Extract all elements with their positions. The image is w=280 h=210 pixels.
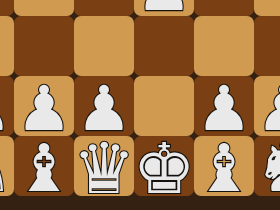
square-d2[interactable]: ♟ — [74, 76, 134, 136]
square-f4[interactable] — [194, 0, 254, 16]
piece-white-king-e1[interactable]: ♚ — [134, 139, 194, 199]
piece-white-knight-b1[interactable]: ♞ — [0, 139, 14, 199]
square-c2[interactable]: ♟ — [14, 76, 74, 136]
square-b2[interactable]: ♟ — [0, 76, 14, 136]
piece-white-bishop-f1[interactable]: ♝ — [194, 139, 254, 199]
square-b4[interactable] — [0, 0, 14, 16]
square-c4[interactable] — [14, 0, 74, 16]
square-f1[interactable]: ♝ — [194, 136, 254, 196]
piece-white-knight-g1[interactable]: ♞ — [254, 139, 280, 199]
square-g4[interactable] — [254, 0, 280, 16]
square-e2[interactable] — [134, 76, 194, 136]
square-g3[interactable] — [254, 16, 280, 76]
square-d3[interactable] — [74, 16, 134, 76]
piece-white-queen-d1[interactable]: ♛ — [74, 139, 134, 199]
square-e3[interactable] — [134, 16, 194, 76]
square-c1[interactable]: ♝ — [14, 136, 74, 196]
square-b3[interactable] — [0, 16, 14, 76]
square-e4[interactable]: ♟ — [134, 0, 194, 16]
square-d4[interactable] — [74, 0, 134, 16]
piece-white-bishop-c1[interactable]: ♝ — [14, 139, 74, 199]
square-f3[interactable] — [194, 16, 254, 76]
chess-board-viewport: ♜♞♝♛♚♝♞♜♟♟♟♟♟♟♟♟♟♟♟♟♟♟♟♟♜♞♝♛♚♝♞♜ — [0, 0, 280, 210]
square-g2[interactable]: ♟ — [254, 76, 280, 136]
square-g1[interactable]: ♞ — [254, 136, 280, 196]
square-b1[interactable]: ♞ — [0, 136, 14, 196]
square-f2[interactable]: ♟ — [194, 76, 254, 136]
chess-board: ♜♞♝♛♚♝♞♜♟♟♟♟♟♟♟♟♟♟♟♟♟♟♟♟♜♞♝♛♚♝♞♜ — [0, 0, 280, 196]
square-c3[interactable] — [14, 16, 74, 76]
square-e1[interactable]: ♚ — [134, 136, 194, 196]
square-d1[interactable]: ♛ — [74, 136, 134, 196]
